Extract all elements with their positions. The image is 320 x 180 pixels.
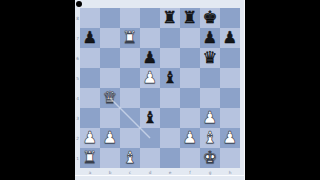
square-b7[interactable] [100, 28, 120, 48]
rank-label-5: 5 [75, 70, 79, 87]
piece-white-pawn: ♟ [220, 128, 240, 148]
square-h4[interactable] [220, 88, 240, 108]
frame-bottom-border [75, 175, 244, 176]
piece-black-rook: ♜ [180, 8, 200, 28]
rank-label-1: 1 [75, 150, 79, 167]
screenshot-stage: ♜♜♚♟♜♟♟♟♛♟♝♛♝♟♟♟♟♝♟♜♝♚ 87654321 abcdefgh [0, 0, 320, 180]
rank-label-6: 6 [75, 50, 79, 67]
file-label-a: a [82, 169, 99, 175]
square-e2[interactable] [160, 128, 180, 148]
square-b1[interactable] [100, 148, 120, 168]
board-grid: ♜♜♚♟♜♟♟♟♛♟♝♛♝♟♟♟♟♝♟♜♝♚ [80, 8, 240, 168]
square-g5[interactable] [200, 68, 220, 88]
side-to-move-indicator [76, 1, 82, 7]
square-a5[interactable] [80, 68, 100, 88]
square-a3[interactable] [80, 108, 100, 128]
square-b5[interactable] [100, 68, 120, 88]
square-f8[interactable]: ♜ [180, 8, 200, 28]
rank-label-3: 3 [75, 110, 79, 127]
square-d8[interactable] [140, 8, 160, 28]
square-g6[interactable]: ♛ [200, 48, 220, 68]
piece-black-pawn: ♟ [140, 48, 160, 68]
square-g7[interactable]: ♟ [200, 28, 220, 48]
square-d7[interactable] [140, 28, 160, 48]
file-label-c: c [122, 169, 139, 175]
file-label-h: h [222, 169, 239, 175]
square-h6[interactable] [220, 48, 240, 68]
square-c2[interactable] [120, 128, 140, 148]
piece-white-king: ♚ [200, 148, 220, 168]
square-e4[interactable] [160, 88, 180, 108]
square-f7[interactable] [180, 28, 200, 48]
file-label-e: e [162, 169, 179, 175]
piece-white-pawn: ♟ [180, 128, 200, 148]
square-d4[interactable] [140, 88, 160, 108]
piece-white-pawn: ♟ [80, 128, 100, 148]
piece-black-rook: ♜ [160, 8, 180, 28]
square-e5[interactable]: ♝ [160, 68, 180, 88]
chessboard-frame: ♜♜♚♟♜♟♟♟♛♟♝♛♝♟♟♟♟♝♟♜♝♚ 87654321 abcdefgh [75, 0, 245, 180]
square-h8[interactable] [220, 8, 240, 28]
square-e1[interactable] [160, 148, 180, 168]
file-label-g: g [202, 169, 219, 175]
square-a8[interactable] [80, 8, 100, 28]
square-c5[interactable] [120, 68, 140, 88]
square-a2[interactable]: ♟ [80, 128, 100, 148]
square-e3[interactable] [160, 108, 180, 128]
rank-labels: 87654321 [75, 8, 80, 168]
file-label-f: f [182, 169, 199, 175]
square-d6[interactable]: ♟ [140, 48, 160, 68]
square-d3[interactable]: ♝ [140, 108, 160, 128]
square-f2[interactable]: ♟ [180, 128, 200, 148]
piece-black-pawn: ♟ [80, 28, 100, 48]
square-d2[interactable] [140, 128, 160, 148]
square-d1[interactable] [140, 148, 160, 168]
rank-label-8: 8 [75, 10, 79, 27]
piece-white-pawn: ♟ [100, 128, 120, 148]
piece-black-bishop: ♝ [140, 108, 160, 128]
square-f1[interactable] [180, 148, 200, 168]
square-e6[interactable] [160, 48, 180, 68]
piece-white-queen: ♛ [100, 88, 120, 108]
piece-black-pawn: ♟ [200, 28, 220, 48]
square-a1[interactable]: ♜ [80, 148, 100, 168]
square-c7[interactable]: ♜ [120, 28, 140, 48]
square-c4[interactable] [120, 88, 140, 108]
piece-white-bishop: ♝ [200, 128, 220, 148]
rank-label-2: 2 [75, 130, 79, 147]
piece-white-pawn: ♟ [200, 108, 220, 128]
file-label-d: d [142, 169, 159, 175]
square-h5[interactable] [220, 68, 240, 88]
square-g4[interactable] [200, 88, 220, 108]
square-a4[interactable] [80, 88, 100, 108]
piece-white-rook: ♜ [80, 148, 100, 168]
square-d5[interactable]: ♟ [140, 68, 160, 88]
rank-label-7: 7 [75, 30, 79, 47]
square-c8[interactable] [120, 8, 140, 28]
square-e8[interactable]: ♜ [160, 8, 180, 28]
piece-black-bishop: ♝ [160, 68, 180, 88]
rank-label-4: 4 [75, 90, 79, 107]
square-b8[interactable] [100, 8, 120, 28]
square-f6[interactable] [180, 48, 200, 68]
square-h2[interactable]: ♟ [220, 128, 240, 148]
square-f4[interactable] [180, 88, 200, 108]
square-c1[interactable]: ♝ [120, 148, 140, 168]
square-b6[interactable] [100, 48, 120, 68]
piece-white-bishop: ♝ [120, 148, 140, 168]
square-h3[interactable] [220, 108, 240, 128]
square-f5[interactable] [180, 68, 200, 88]
file-label-b: b [102, 169, 119, 175]
square-f3[interactable] [180, 108, 200, 128]
piece-black-queen: ♛ [200, 48, 220, 68]
square-e7[interactable] [160, 28, 180, 48]
file-labels: abcdefgh [80, 168, 240, 175]
square-g8[interactable]: ♚ [200, 8, 220, 28]
square-b4[interactable]: ♛ [100, 88, 120, 108]
square-h7[interactable]: ♟ [220, 28, 240, 48]
square-g1[interactable]: ♚ [200, 148, 220, 168]
square-c3[interactable] [120, 108, 140, 128]
square-b2[interactable]: ♟ [100, 128, 120, 148]
square-g3[interactable]: ♟ [200, 108, 220, 128]
square-a7[interactable]: ♟ [80, 28, 100, 48]
piece-white-pawn: ♟ [140, 68, 160, 88]
square-c6[interactable] [120, 48, 140, 68]
piece-white-rook: ♜ [120, 28, 140, 48]
square-h1[interactable] [220, 148, 240, 168]
piece-black-pawn: ♟ [220, 28, 240, 48]
square-a6[interactable] [80, 48, 100, 68]
square-g2[interactable]: ♝ [200, 128, 220, 148]
square-b3[interactable] [100, 108, 120, 128]
piece-black-king: ♚ [200, 8, 220, 28]
